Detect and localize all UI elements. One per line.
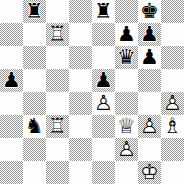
- square-e1[interactable]: [92, 161, 115, 184]
- square-e3[interactable]: [92, 115, 115, 138]
- square-c6[interactable]: [46, 46, 69, 69]
- square-c4[interactable]: [46, 92, 69, 115]
- square-d2[interactable]: [69, 138, 92, 161]
- piece-white-king: ♚♔: [138, 161, 161, 184]
- square-a3[interactable]: [0, 115, 23, 138]
- square-d4[interactable]: [69, 92, 92, 115]
- white-piece-outline: ♔: [138, 161, 161, 184]
- piece-white-pawn: ♟♙: [138, 115, 161, 138]
- square-a6[interactable]: [0, 46, 23, 69]
- piece-black-queen: ♛: [115, 46, 138, 69]
- square-e7[interactable]: [92, 23, 115, 46]
- square-g7[interactable]: ♟: [138, 23, 161, 46]
- square-g3[interactable]: ♟♙: [138, 115, 161, 138]
- square-f8[interactable]: [115, 0, 138, 23]
- square-c5[interactable]: [46, 69, 69, 92]
- square-b6[interactable]: [23, 46, 46, 69]
- black-piece-glyph: ♚: [138, 0, 161, 23]
- square-d1[interactable]: [69, 161, 92, 184]
- square-f6[interactable]: ♛: [115, 46, 138, 69]
- piece-black-king: ♚: [138, 0, 161, 23]
- square-b3[interactable]: ♞: [23, 115, 46, 138]
- piece-white-pawn: ♟♙: [161, 92, 184, 115]
- square-a2[interactable]: [0, 138, 23, 161]
- piece-white-rook: ♜♖: [46, 115, 69, 138]
- square-h3[interactable]: ♝♗: [161, 115, 184, 138]
- piece-white-bishop: ♝♗: [161, 115, 184, 138]
- square-h8[interactable]: [161, 0, 184, 23]
- square-h7[interactable]: [161, 23, 184, 46]
- white-piece-outline: ♕: [115, 115, 138, 138]
- square-a4[interactable]: [0, 92, 23, 115]
- black-piece-glyph: ♟: [92, 69, 115, 92]
- black-piece-glyph: ♟: [115, 23, 138, 46]
- square-g2[interactable]: [138, 138, 161, 161]
- piece-black-pawn: ♟: [115, 23, 138, 46]
- piece-black-rook: ♜: [23, 0, 46, 23]
- square-b8[interactable]: ♜: [23, 0, 46, 23]
- black-piece-glyph: ♟: [138, 46, 161, 69]
- white-piece-outline: ♙: [92, 92, 115, 115]
- piece-white-pawn: ♟♙: [92, 92, 115, 115]
- piece-white-pawn: ♟♙: [115, 138, 138, 161]
- square-d6[interactable]: [69, 46, 92, 69]
- square-c2[interactable]: [46, 138, 69, 161]
- square-c3[interactable]: ♜♖: [46, 115, 69, 138]
- white-piece-outline: ♙: [161, 92, 184, 115]
- square-g4[interactable]: [138, 92, 161, 115]
- square-d8[interactable]: [69, 0, 92, 23]
- piece-black-pawn: ♟: [138, 23, 161, 46]
- black-piece-glyph: ♛: [115, 46, 138, 69]
- piece-black-knight: ♞: [23, 115, 46, 138]
- square-d5[interactable]: [69, 69, 92, 92]
- white-piece-outline: ♙: [138, 115, 161, 138]
- square-h5[interactable]: [161, 69, 184, 92]
- square-f3[interactable]: ♛♕: [115, 115, 138, 138]
- square-a5[interactable]: ♟: [0, 69, 23, 92]
- square-f7[interactable]: ♟: [115, 23, 138, 46]
- black-piece-glyph: ♟: [0, 69, 23, 92]
- square-a8[interactable]: [0, 0, 23, 23]
- black-piece-glyph: ♜: [23, 0, 46, 23]
- square-e8[interactable]: ♜: [92, 0, 115, 23]
- square-b1[interactable]: [23, 161, 46, 184]
- square-h4[interactable]: ♟♙: [161, 92, 184, 115]
- square-f1[interactable]: [115, 161, 138, 184]
- square-b5[interactable]: [23, 69, 46, 92]
- square-e5[interactable]: ♟: [92, 69, 115, 92]
- piece-black-pawn: ♟: [138, 46, 161, 69]
- square-g5[interactable]: [138, 69, 161, 92]
- square-g1[interactable]: ♚♔: [138, 161, 161, 184]
- square-g6[interactable]: ♟: [138, 46, 161, 69]
- square-c7[interactable]: ♜♖: [46, 23, 69, 46]
- square-e2[interactable]: [92, 138, 115, 161]
- black-piece-glyph: ♞: [23, 115, 46, 138]
- black-piece-glyph: ♜: [92, 0, 115, 23]
- piece-black-pawn: ♟: [0, 69, 23, 92]
- square-h1[interactable]: [161, 161, 184, 184]
- square-d7[interactable]: [69, 23, 92, 46]
- square-d3[interactable]: [69, 115, 92, 138]
- square-g8[interactable]: ♚: [138, 0, 161, 23]
- square-b4[interactable]: [23, 92, 46, 115]
- piece-black-pawn: ♟: [92, 69, 115, 92]
- white-piece-outline: ♖: [46, 23, 69, 46]
- square-f4[interactable]: [115, 92, 138, 115]
- square-h2[interactable]: [161, 138, 184, 161]
- square-b2[interactable]: [23, 138, 46, 161]
- square-e4[interactable]: ♟♙: [92, 92, 115, 115]
- square-f2[interactable]: ♟♙: [115, 138, 138, 161]
- square-a1[interactable]: [0, 161, 23, 184]
- square-b7[interactable]: [23, 23, 46, 46]
- square-f5[interactable]: [115, 69, 138, 92]
- piece-black-rook: ♜: [92, 0, 115, 23]
- white-piece-outline: ♖: [46, 115, 69, 138]
- black-piece-glyph: ♟: [138, 23, 161, 46]
- white-piece-outline: ♗: [161, 115, 184, 138]
- square-c8[interactable]: [46, 0, 69, 23]
- white-piece-outline: ♙: [115, 138, 138, 161]
- piece-white-queen: ♛♕: [115, 115, 138, 138]
- square-e6[interactable]: [92, 46, 115, 69]
- square-c1[interactable]: [46, 161, 69, 184]
- square-a7[interactable]: [0, 23, 23, 46]
- chess-board: ♜♜♚♜♖♟♟♛♟♟♟♟♙♟♙♞♜♖♛♕♟♙♝♗♟♙♚♔: [0, 0, 184, 184]
- piece-white-rook: ♜♖: [46, 23, 69, 46]
- square-h6[interactable]: [161, 46, 184, 69]
